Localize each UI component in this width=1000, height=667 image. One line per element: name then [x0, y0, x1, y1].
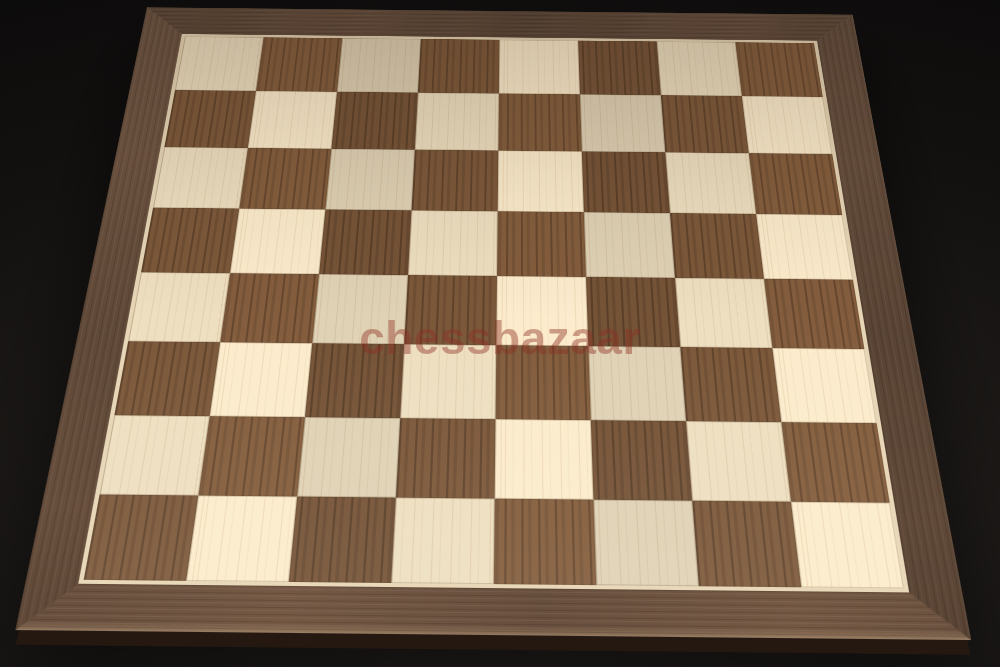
square-e7 [498, 93, 581, 151]
square-h7 [742, 96, 832, 154]
square-e4 [496, 276, 588, 346]
square-g5 [670, 213, 764, 279]
square-h4 [764, 279, 864, 349]
square-d6 [412, 150, 499, 212]
square-h2 [781, 422, 889, 503]
square-g6 [665, 152, 756, 214]
square-a8 [175, 36, 264, 90]
square-c3 [305, 343, 404, 418]
square-h8 [735, 42, 822, 97]
square-c6 [325, 149, 414, 211]
square-g4 [675, 278, 772, 348]
square-f5 [584, 212, 675, 278]
square-g8 [657, 41, 742, 96]
square-h3 [772, 348, 876, 423]
square-e3 [496, 345, 591, 420]
square-a4 [128, 272, 230, 342]
square-g1 [692, 501, 801, 588]
board-frame-bottom [15, 583, 971, 640]
square-h5 [756, 214, 853, 280]
square-h6 [749, 153, 843, 215]
board-grid [84, 36, 904, 588]
square-b8 [256, 37, 342, 92]
square-e8 [499, 40, 580, 95]
square-g2 [686, 421, 791, 502]
square-c4 [312, 274, 408, 344]
square-f6 [582, 151, 670, 213]
square-e5 [497, 211, 586, 277]
square-g7 [661, 95, 749, 153]
square-g3 [680, 347, 781, 422]
square-a2 [100, 415, 210, 495]
square-b3 [210, 342, 313, 417]
square-b4 [220, 273, 319, 343]
square-b1 [186, 496, 297, 582]
square-c1 [289, 497, 396, 583]
square-c2 [297, 417, 400, 497]
square-f3 [588, 346, 686, 421]
square-e6 [498, 151, 584, 213]
square-b6 [239, 148, 331, 210]
square-f2 [591, 420, 692, 501]
square-d7 [415, 93, 499, 151]
square-a1 [84, 494, 199, 580]
square-h1 [791, 502, 904, 589]
square-b2 [198, 416, 305, 496]
square-e2 [495, 419, 594, 499]
square-f7 [580, 94, 665, 152]
square-a7 [164, 90, 256, 148]
square-a3 [114, 341, 220, 416]
square-d3 [400, 344, 496, 419]
square-f8 [578, 41, 661, 96]
chess-board [15, 7, 971, 640]
square-a5 [141, 208, 239, 274]
square-d2 [396, 418, 496, 498]
square-b5 [230, 209, 325, 275]
square-d4 [404, 275, 497, 345]
square-e1 [494, 499, 597, 586]
square-c8 [337, 38, 421, 93]
square-b7 [248, 91, 337, 149]
square-c5 [319, 209, 412, 275]
maple-inlay-line [78, 34, 909, 592]
square-f1 [593, 500, 698, 587]
product-photo: chessbazaar [0, 0, 1000, 667]
square-d1 [391, 498, 494, 585]
square-f4 [586, 277, 680, 347]
square-a6 [153, 147, 248, 209]
square-d5 [408, 210, 498, 276]
square-d8 [418, 39, 500, 94]
square-c7 [331, 92, 418, 150]
